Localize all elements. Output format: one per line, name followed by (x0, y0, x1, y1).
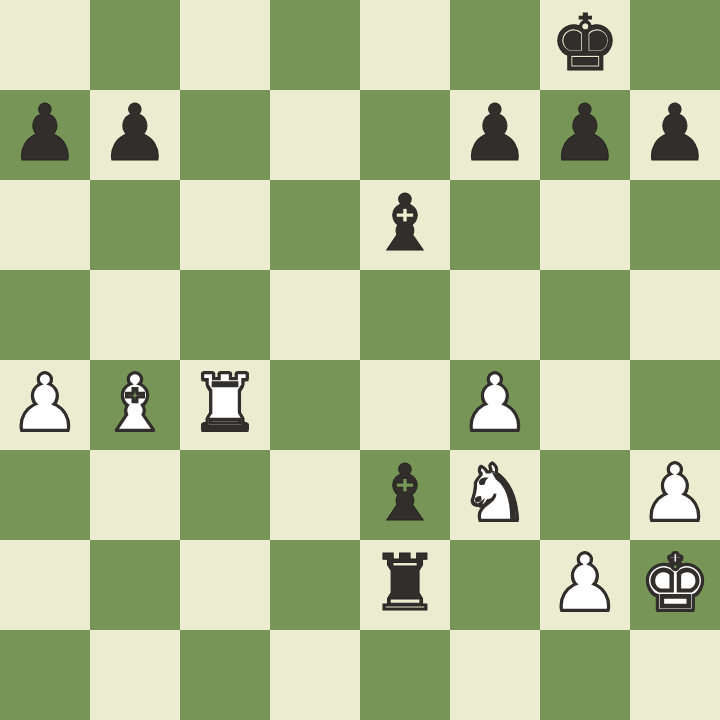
square-c8[interactable] (180, 0, 270, 90)
piece-black-pawn[interactable]: ♟ (550, 94, 620, 172)
piece-white-bishop[interactable]: ♝ (100, 364, 170, 442)
square-g6[interactable] (540, 180, 630, 270)
piece-black-pawn[interactable]: ♟ (640, 94, 710, 172)
square-f7[interactable]: ♟ (450, 90, 540, 180)
square-h6[interactable] (630, 180, 720, 270)
square-e6[interactable]: ♝ (360, 180, 450, 270)
piece-black-pawn[interactable]: ♟ (10, 94, 80, 172)
square-a8[interactable] (0, 0, 90, 90)
square-h2[interactable]: ♚ (630, 540, 720, 630)
piece-black-pawn[interactable]: ♟ (100, 94, 170, 172)
square-c7[interactable] (180, 90, 270, 180)
square-d7[interactable] (270, 90, 360, 180)
square-h3[interactable]: ♟ (630, 450, 720, 540)
square-e5[interactable] (360, 270, 450, 360)
square-a5[interactable] (0, 270, 90, 360)
piece-white-king[interactable]: ♚ (640, 544, 710, 622)
square-a4[interactable]: ♟ (0, 360, 90, 450)
chess-board: ♚♟♟♟♟♟♝♟♝♜♟♝♞♟♜♟♚ (0, 0, 720, 720)
square-h5[interactable] (630, 270, 720, 360)
square-e2[interactable]: ♜ (360, 540, 450, 630)
piece-white-pawn[interactable]: ♟ (550, 544, 620, 622)
square-f5[interactable] (450, 270, 540, 360)
square-e1[interactable] (360, 630, 450, 720)
square-f2[interactable] (450, 540, 540, 630)
square-f6[interactable] (450, 180, 540, 270)
square-c6[interactable] (180, 180, 270, 270)
square-g4[interactable] (540, 360, 630, 450)
piece-white-pawn[interactable]: ♟ (640, 454, 710, 532)
square-c5[interactable] (180, 270, 270, 360)
square-a6[interactable] (0, 180, 90, 270)
square-d4[interactable] (270, 360, 360, 450)
square-c2[interactable] (180, 540, 270, 630)
piece-white-pawn[interactable]: ♟ (10, 364, 80, 442)
square-b8[interactable] (90, 0, 180, 90)
piece-black-bishop[interactable]: ♝ (370, 184, 440, 262)
square-a3[interactable] (0, 450, 90, 540)
square-g8[interactable]: ♚ (540, 0, 630, 90)
square-a1[interactable] (0, 630, 90, 720)
square-f8[interactable] (450, 0, 540, 90)
square-d5[interactable] (270, 270, 360, 360)
square-f4[interactable]: ♟ (450, 360, 540, 450)
square-e7[interactable] (360, 90, 450, 180)
piece-black-rook[interactable]: ♜ (370, 544, 440, 622)
square-g2[interactable]: ♟ (540, 540, 630, 630)
square-f1[interactable] (450, 630, 540, 720)
square-h7[interactable]: ♟ (630, 90, 720, 180)
square-d6[interactable] (270, 180, 360, 270)
square-a2[interactable] (0, 540, 90, 630)
square-d2[interactable] (270, 540, 360, 630)
square-c4[interactable]: ♜ (180, 360, 270, 450)
square-b1[interactable] (90, 630, 180, 720)
square-h8[interactable] (630, 0, 720, 90)
piece-white-pawn[interactable]: ♟ (460, 364, 530, 442)
square-d1[interactable] (270, 630, 360, 720)
piece-white-rook[interactable]: ♜ (190, 364, 260, 442)
square-g1[interactable] (540, 630, 630, 720)
square-b6[interactable] (90, 180, 180, 270)
piece-black-king[interactable]: ♚ (550, 4, 620, 82)
square-e8[interactable] (360, 0, 450, 90)
square-b4[interactable]: ♝ (90, 360, 180, 450)
square-g3[interactable] (540, 450, 630, 540)
piece-white-knight[interactable]: ♞ (460, 454, 530, 532)
square-c1[interactable] (180, 630, 270, 720)
square-f3[interactable]: ♞ (450, 450, 540, 540)
square-a7[interactable]: ♟ (0, 90, 90, 180)
square-b2[interactable] (90, 540, 180, 630)
piece-black-bishop[interactable]: ♝ (370, 454, 440, 532)
square-b5[interactable] (90, 270, 180, 360)
square-g5[interactable] (540, 270, 630, 360)
square-d8[interactable] (270, 0, 360, 90)
square-e3[interactable]: ♝ (360, 450, 450, 540)
square-h4[interactable] (630, 360, 720, 450)
square-e4[interactable] (360, 360, 450, 450)
square-b7[interactable]: ♟ (90, 90, 180, 180)
square-d3[interactable] (270, 450, 360, 540)
square-c3[interactable] (180, 450, 270, 540)
piece-black-pawn[interactable]: ♟ (460, 94, 530, 172)
square-h1[interactable] (630, 630, 720, 720)
square-b3[interactable] (90, 450, 180, 540)
square-g7[interactable]: ♟ (540, 90, 630, 180)
